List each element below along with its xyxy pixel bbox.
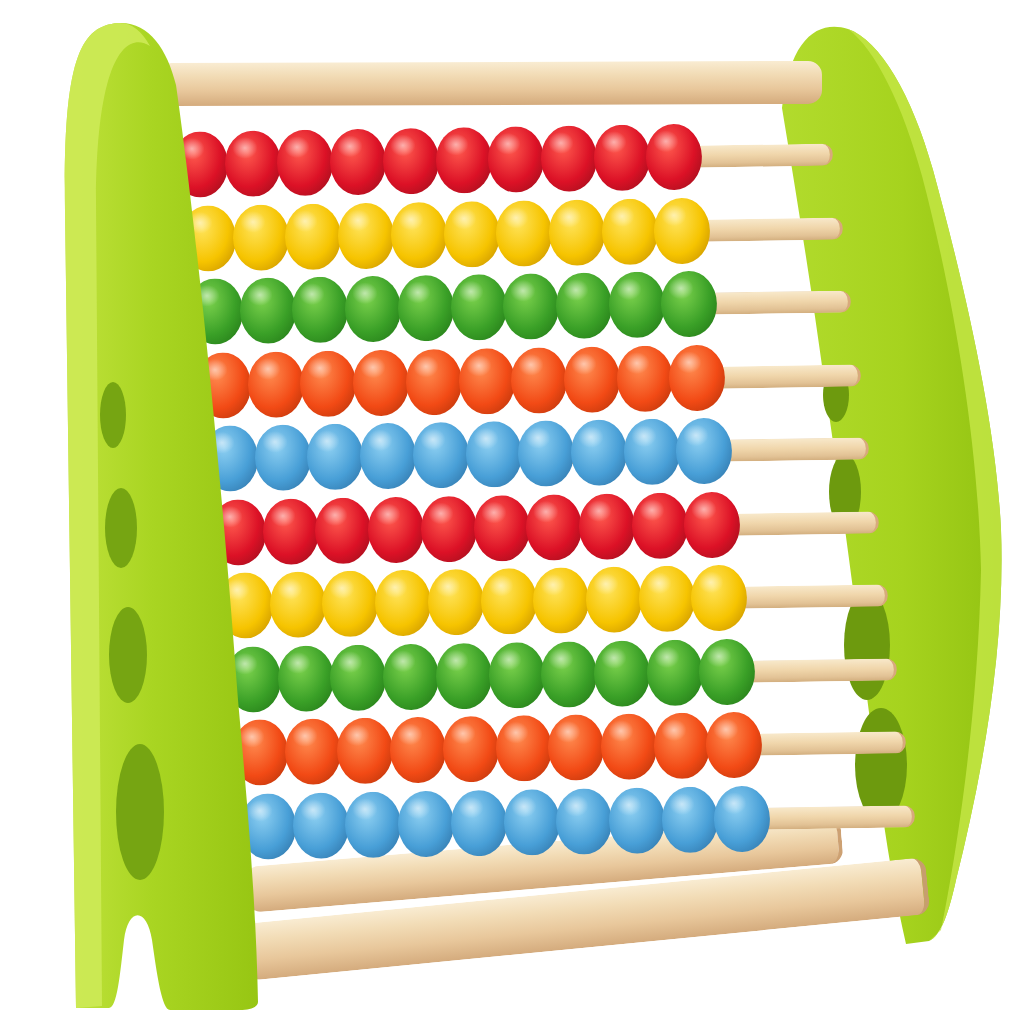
bead-red[interactable] [540,125,597,192]
bead-orange[interactable] [284,718,341,785]
bead-green[interactable] [329,644,386,711]
bead-red[interactable] [277,129,334,196]
bead-orange[interactable] [563,346,620,413]
bead-yellow[interactable] [179,205,236,272]
bead-orange[interactable] [247,351,304,418]
bead-red[interactable] [472,494,529,561]
bead-green[interactable] [540,641,597,708]
bead-row-10 [233,781,915,862]
bead-yellow[interactable] [232,204,289,271]
bead-orange[interactable] [510,347,567,414]
bead-orange[interactable] [231,719,288,786]
bead-blue[interactable] [292,792,349,859]
bead-blue[interactable] [661,786,718,853]
bead-orange[interactable] [405,348,462,415]
bead-red[interactable] [593,124,650,191]
bead-orange[interactable] [337,717,394,784]
bead-green[interactable] [435,642,492,709]
bead-blue[interactable] [623,418,680,485]
bead-yellow[interactable] [638,565,695,632]
bead-red[interactable] [262,498,319,565]
bead-yellow[interactable] [495,200,552,267]
bead-row-4 [188,340,861,421]
bead-yellow[interactable] [480,568,537,635]
bead-red[interactable] [683,491,740,558]
bead-red[interactable] [488,126,545,193]
bead-green[interactable] [503,273,560,340]
bead-blue[interactable] [450,789,507,856]
bead-blue[interactable] [412,422,469,489]
bead-green[interactable] [186,278,243,345]
bead-red[interactable] [631,492,688,559]
bead-yellow[interactable] [533,567,590,634]
bead-blue[interactable] [502,788,559,855]
bead-green[interactable] [450,274,507,341]
bead-blue[interactable] [676,418,733,485]
bead-row-2 [173,193,843,273]
bead-row-7 [210,560,888,641]
bead-red[interactable] [578,493,635,560]
bead-green[interactable] [224,646,281,713]
bead-row-9 [225,707,906,788]
bead-green[interactable] [661,271,718,338]
bead-red[interactable] [224,130,281,197]
bead-blue[interactable] [570,419,627,486]
bead-red[interactable] [367,496,424,563]
bead-green[interactable] [345,276,402,343]
bead-yellow[interactable] [284,203,341,270]
bead-blue[interactable] [518,420,575,487]
bead-orange[interactable] [600,713,657,780]
bead-blue[interactable] [555,788,612,855]
bead-red[interactable] [382,128,439,195]
bead-red[interactable] [209,499,266,566]
bead-green[interactable] [698,638,755,705]
bead-yellow[interactable] [390,201,447,268]
bead-row-1 [165,120,833,200]
bead-orange[interactable] [457,347,514,414]
bead-orange[interactable] [706,712,763,779]
bead-yellow[interactable] [442,200,499,267]
bead-orange[interactable] [352,349,409,416]
bead-row-8 [218,634,897,715]
bead-yellow[interactable] [653,197,710,264]
bead-blue[interactable] [254,424,311,491]
bead-green[interactable] [555,272,612,339]
bead-green[interactable] [397,275,454,342]
bead-orange[interactable] [390,717,447,784]
bead-blue[interactable] [397,790,454,857]
bead-green[interactable] [277,645,334,712]
bead-row-5 [195,413,869,494]
bead-green[interactable] [487,641,544,708]
top-rail [158,61,822,106]
bead-red[interactable] [525,494,582,561]
bead-yellow[interactable] [427,569,484,636]
bead-red[interactable] [646,124,703,191]
bead-red[interactable] [171,131,228,198]
bead-yellow[interactable] [548,199,605,266]
left-frame-holes [100,382,164,880]
bead-row-6 [203,487,879,568]
bead-yellow[interactable] [601,198,658,265]
bead-blue[interactable] [608,787,665,854]
bead-orange[interactable] [668,344,725,411]
bead-orange[interactable] [299,350,356,417]
left-frame-edge [65,23,150,1008]
bead-yellow[interactable] [585,566,642,633]
bead-green[interactable] [382,643,439,710]
bead-blue[interactable] [360,423,417,490]
bead-yellow[interactable] [269,571,326,638]
bead-green[interactable] [646,639,703,706]
bead-red[interactable] [420,495,477,562]
bead-red[interactable] [435,127,492,194]
bead-orange[interactable] [442,716,499,783]
bead-blue[interactable] [307,423,364,490]
bead-orange[interactable] [616,345,673,412]
bead-blue[interactable] [201,425,258,492]
abacus-toy [0,0,1024,1024]
bead-yellow[interactable] [375,570,432,637]
bead-blue[interactable] [239,793,296,860]
bead-red[interactable] [330,129,387,196]
bead-orange[interactable] [548,714,605,781]
bead-row-3 [180,266,851,347]
bead-red[interactable] [314,497,371,564]
bead-green[interactable] [292,276,349,343]
bead-blue[interactable] [713,785,770,852]
bead-yellow[interactable] [322,570,379,637]
bead-yellow[interactable] [216,572,273,639]
bead-green[interactable] [593,640,650,707]
bead-yellow[interactable] [691,565,748,632]
bead-orange[interactable] [495,715,552,782]
bead-blue[interactable] [465,421,522,488]
bead-yellow[interactable] [337,202,394,269]
bead-green[interactable] [608,271,665,338]
bead-orange[interactable] [653,712,710,779]
bead-orange[interactable] [194,352,251,419]
bead-green[interactable] [239,277,296,344]
bead-blue[interactable] [344,791,401,858]
